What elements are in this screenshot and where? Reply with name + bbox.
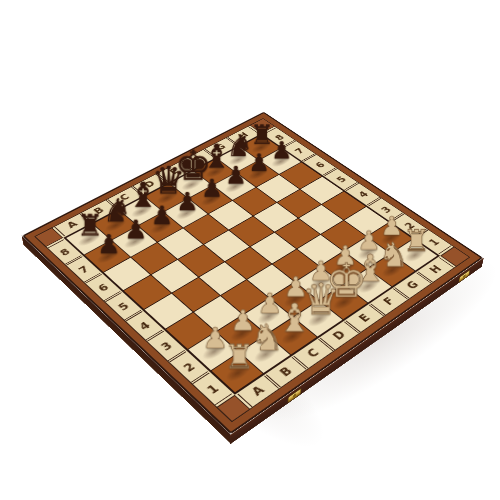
piece-black-pawn: ♟ bbox=[248, 151, 270, 175]
board-grid: ♜♞♝♛♚♝♞♜♟♟♟♟♟♟♟♟♟♟♟♟♟♟♟♟♜♞♝♛♚♝♞♜ bbox=[63, 134, 440, 395]
piece-black-pawn: ♟ bbox=[124, 217, 147, 243]
product-photo-chess-set: ♜♞♝♛♚♝♞♜♟♟♟♟♟♟♟♟♟♟♟♟♟♟♟♟♜♞♝♛♚♝♞♜ AABBCCD… bbox=[0, 0, 500, 500]
piece-black-pawn: ♟ bbox=[97, 231, 121, 257]
piece-white-knight: ♞ bbox=[251, 319, 284, 356]
piece-black-pawn: ♟ bbox=[176, 189, 199, 214]
piece-black-pawn: ♟ bbox=[151, 203, 174, 228]
piece-white-rook: ♜ bbox=[224, 340, 254, 374]
piece-black-pawn: ♟ bbox=[271, 138, 292, 162]
piece-black-pawn: ♟ bbox=[201, 176, 223, 201]
piece-black-pawn: ♟ bbox=[225, 163, 247, 187]
chess-board: ♜♞♝♛♚♝♞♜♟♟♟♟♟♟♟♟♟♟♟♟♟♟♟♟♜♞♝♛♚♝♞♜ AABBCCD… bbox=[22, 112, 483, 435]
board-scene: ♜♞♝♛♚♝♞♜♟♟♟♟♟♟♟♟♟♟♟♟♟♟♟♟♜♞♝♛♚♝♞♜ AABBCCD… bbox=[0, 0, 500, 500]
